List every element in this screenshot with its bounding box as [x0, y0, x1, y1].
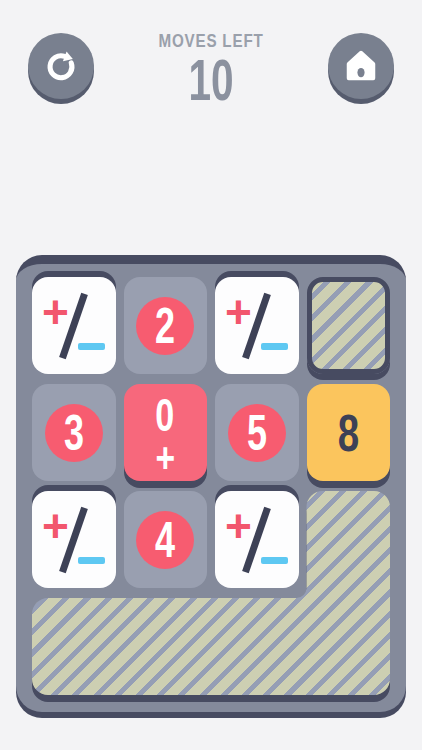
goal-slot-4: 4	[124, 491, 208, 588]
operator-tile-plusminus: +	[215, 491, 299, 588]
home-button[interactable]	[328, 33, 394, 99]
tile-number: 8	[338, 407, 359, 459]
operator-tile-plusminus: +	[215, 277, 299, 374]
number-tile-8[interactable]: 8	[307, 384, 391, 481]
operator-tile-plusminus: +	[32, 491, 116, 588]
active-tile-operator: +	[155, 440, 175, 476]
game-board[interactable]: + 2 + 3 0 +	[16, 255, 406, 712]
plus-sign: +	[42, 289, 69, 335]
minus-bar	[78, 343, 105, 350]
app-screen: MOVES LEFT 10 + 2 +	[0, 0, 422, 750]
active-tile-value: 0	[156, 392, 175, 438]
plus-sign: +	[225, 503, 252, 549]
goal-slot-5: 5	[215, 384, 299, 481]
board-grid: + 2 + 3 0 +	[32, 277, 390, 695]
operator-tile-plusminus: +	[32, 277, 116, 374]
goal-number: 3	[64, 408, 84, 458]
plus-sign: +	[42, 503, 69, 549]
plus-sign: +	[225, 289, 252, 335]
goal-circle: 2	[136, 297, 194, 355]
goal-slot-3: 3	[32, 384, 116, 481]
minus-bar	[78, 557, 105, 564]
goal-circle: 4	[136, 511, 194, 569]
minus-bar	[261, 557, 288, 564]
moves-left-value: 10	[63, 53, 358, 106]
active-tile-0-plus[interactable]: 0 +	[124, 384, 208, 481]
home-icon	[343, 48, 379, 84]
goal-circle: 5	[228, 404, 286, 462]
goal-slot-2: 2	[124, 277, 208, 374]
goal-number: 2	[155, 301, 175, 351]
goal-circle: 3	[45, 404, 103, 462]
blocked-striped-tile	[307, 277, 391, 374]
goal-number: 4	[155, 515, 175, 565]
minus-bar	[261, 343, 288, 350]
goal-number: 5	[247, 408, 267, 458]
